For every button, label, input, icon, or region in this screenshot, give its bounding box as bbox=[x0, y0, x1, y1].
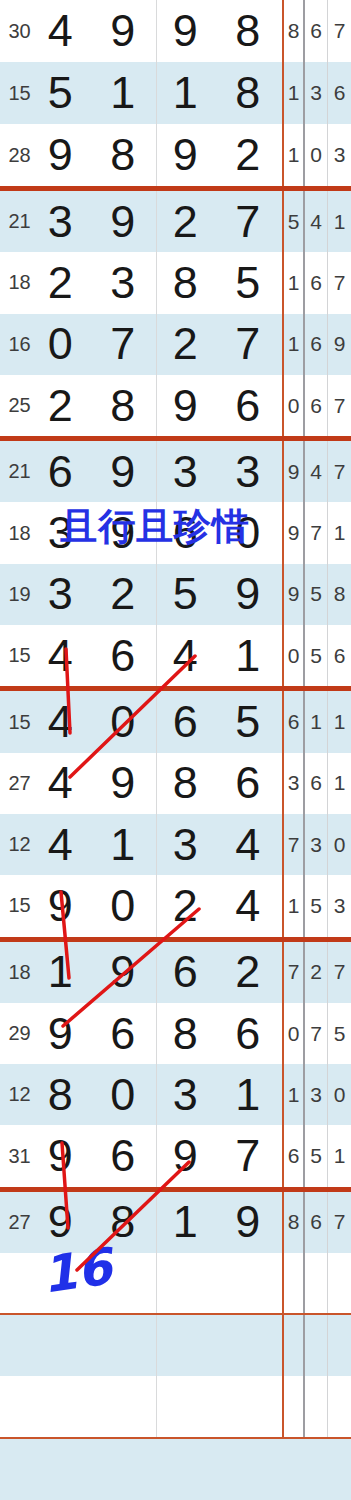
draw-digit-cell: 6 bbox=[92, 1003, 155, 1064]
column-divider-middle bbox=[156, 0, 157, 1437]
tail-digit-cell: 0 bbox=[328, 814, 351, 875]
draw-digit-cell bbox=[154, 1376, 217, 1437]
draw-digit-cell: 6 bbox=[92, 1125, 155, 1186]
draw-digit-cell: 9 bbox=[29, 1125, 92, 1186]
draw-digit-cell: 6 bbox=[92, 625, 155, 686]
tail-digit-cell: 1 bbox=[328, 691, 351, 752]
column-divider-orange bbox=[282, 0, 284, 1437]
tail-digit-cell bbox=[283, 1315, 304, 1376]
tail-digit-cell: 6 bbox=[304, 252, 328, 313]
draw-digit-cell: 7 bbox=[92, 314, 155, 375]
tail-digit-cell: 3 bbox=[328, 875, 351, 936]
draw-digit-cell: 5 bbox=[29, 62, 92, 124]
draw-digit-cell: 2 bbox=[29, 375, 92, 436]
draw-digit-cell: 3 bbox=[29, 191, 92, 252]
tail-digit-cell bbox=[304, 1253, 328, 1313]
draw-digit-cell bbox=[92, 1439, 155, 1500]
tail-digit-cell: 8 bbox=[328, 564, 351, 625]
draw-digit-cell: 3 bbox=[92, 252, 155, 313]
table-row: 274986361 bbox=[0, 753, 351, 814]
tail-digit-cell: 7 bbox=[328, 1192, 351, 1253]
draw-digit-cell: 9 bbox=[154, 0, 217, 62]
tail-digit-cell: 1 bbox=[328, 502, 351, 563]
table-row: 279819867 bbox=[0, 1192, 351, 1253]
draw-digit-cell bbox=[154, 1253, 217, 1313]
draw-digit-cell: 6 bbox=[154, 691, 217, 752]
tail-digit-cell: 9 bbox=[328, 314, 351, 375]
blue-cn-watermark-text: 且行且珍惜 bbox=[60, 502, 250, 552]
tail-digit-cell: 6 bbox=[304, 314, 328, 375]
draw-digit-cell: 2 bbox=[154, 875, 217, 936]
draw-digit-cell bbox=[217, 1315, 280, 1376]
draw-digit-cell: 9 bbox=[92, 191, 155, 252]
draw-digit-cell: 4 bbox=[29, 691, 92, 752]
draw-digit-cell: 7 bbox=[217, 314, 280, 375]
tail-digit-cell: 6 bbox=[283, 691, 304, 752]
tail-digit-cell: 3 bbox=[304, 62, 328, 124]
tail-digit-cell: 5 bbox=[283, 191, 304, 252]
draw-digit-cell: 9 bbox=[92, 753, 155, 814]
table-row bbox=[0, 1315, 351, 1376]
draw-digit-cell: 9 bbox=[154, 124, 217, 186]
tail-digit-cell: 3 bbox=[328, 124, 351, 186]
tail-digit-cell: 7 bbox=[328, 252, 351, 313]
tail-digit-cell: 6 bbox=[304, 0, 328, 62]
draw-digit-cell: 4 bbox=[217, 814, 280, 875]
draw-digit-cell: 9 bbox=[92, 441, 155, 502]
draw-digit-cell: 9 bbox=[29, 1003, 92, 1064]
draw-digit-cell: 4 bbox=[29, 0, 92, 62]
tail-digit-cell: 5 bbox=[304, 1125, 328, 1186]
table-row: 154065611 bbox=[0, 691, 351, 752]
draw-digit-cell: 4 bbox=[29, 625, 92, 686]
tail-digit-cell: 1 bbox=[283, 314, 304, 375]
draw-digit-cell: 0 bbox=[29, 314, 92, 375]
draw-digit-cell: 2 bbox=[154, 314, 217, 375]
draw-digit-cell: 5 bbox=[217, 691, 280, 752]
draw-digit-cell: 1 bbox=[29, 942, 92, 1003]
tail-digit-cell: 8 bbox=[283, 0, 304, 62]
tail-digit-cell: 9 bbox=[283, 564, 304, 625]
tail-digit-cell: 1 bbox=[283, 62, 304, 124]
tail-digit-cell: 0 bbox=[328, 1064, 351, 1125]
group-separator-thick bbox=[0, 686, 351, 691]
tail-digit-cell: 4 bbox=[304, 191, 328, 252]
draw-digit-cell: 8 bbox=[29, 1064, 92, 1125]
draw-digit-cell: 4 bbox=[29, 753, 92, 814]
tail-digit-cell: 7 bbox=[283, 814, 304, 875]
table-row bbox=[0, 1439, 351, 1500]
tail-digit-cell: 7 bbox=[328, 0, 351, 62]
draw-digit-cell: 3 bbox=[154, 441, 217, 502]
draw-digit-cell: 8 bbox=[217, 0, 280, 62]
table-row: 154641056 bbox=[0, 625, 351, 686]
draw-digit-cell: 1 bbox=[217, 625, 280, 686]
table-row: 155118136 bbox=[0, 62, 351, 124]
draw-digit-cell: 3 bbox=[29, 564, 92, 625]
tail-digit-cell: 1 bbox=[304, 691, 328, 752]
tail-digit-cell: 7 bbox=[283, 942, 304, 1003]
draw-digit-cell: 8 bbox=[92, 375, 155, 436]
draw-digit-cell: 2 bbox=[217, 124, 280, 186]
tail-digit-cell: 6 bbox=[304, 1192, 328, 1253]
tail-digit-cell: 5 bbox=[304, 564, 328, 625]
draw-digit-cell: 6 bbox=[217, 375, 280, 436]
group-separator-thick bbox=[0, 1187, 351, 1192]
draw-digit-cell: 3 bbox=[154, 1064, 217, 1125]
group-separator-thin bbox=[0, 1313, 351, 1315]
draw-digit-cell: 8 bbox=[154, 753, 217, 814]
table-row: 319697651 bbox=[0, 1125, 351, 1186]
tail-digit-cell: 8 bbox=[283, 1192, 304, 1253]
tail-digit-cell bbox=[328, 1315, 351, 1376]
tail-digit-cell: 0 bbox=[304, 124, 328, 186]
tail-digit-cell bbox=[304, 1376, 328, 1437]
tail-digit-cell: 6 bbox=[328, 625, 351, 686]
tail-digit-cell: 1 bbox=[283, 875, 304, 936]
draw-digit-cell: 2 bbox=[217, 942, 280, 1003]
draw-digit-cell: 9 bbox=[29, 875, 92, 936]
draw-digit-cell bbox=[154, 1315, 217, 1376]
draw-digit-cell: 9 bbox=[217, 1192, 280, 1253]
group-separator-thick bbox=[0, 937, 351, 942]
table-row: 159024153 bbox=[0, 875, 351, 936]
draw-digit-cell: 6 bbox=[217, 1003, 280, 1064]
draw-digit-cell: 7 bbox=[217, 191, 280, 252]
draw-digit-cell bbox=[217, 1376, 280, 1437]
draw-digit-cell: 8 bbox=[92, 124, 155, 186]
table-row: 160727169 bbox=[0, 314, 351, 375]
draw-digit-cell: 1 bbox=[92, 62, 155, 124]
draw-digit-cell: 8 bbox=[154, 252, 217, 313]
draw-digit-cell: 9 bbox=[154, 1125, 217, 1186]
table-row: 213927541 bbox=[0, 191, 351, 252]
draw-digit-cell: 6 bbox=[154, 942, 217, 1003]
draw-digit-cell: 9 bbox=[29, 124, 92, 186]
table-row: 216933947 bbox=[0, 441, 351, 502]
tail-digit-cell: 9 bbox=[283, 441, 304, 502]
draw-digit-cell: 9 bbox=[217, 564, 280, 625]
draw-digit-cell bbox=[29, 1376, 92, 1437]
tail-digit-cell: 5 bbox=[304, 875, 328, 936]
tail-digit-cell: 0 bbox=[283, 375, 304, 436]
tail-digit-cell bbox=[328, 1376, 351, 1437]
table-row: 304998867 bbox=[0, 0, 351, 62]
draw-digit-cell: 2 bbox=[29, 252, 92, 313]
tail-digit-cell bbox=[328, 1253, 351, 1313]
tail-digit-cell: 1 bbox=[283, 1064, 304, 1125]
draw-digit-cell: 6 bbox=[29, 441, 92, 502]
draw-digit-cell: 8 bbox=[154, 1003, 217, 1064]
draw-digit-cell: 4 bbox=[217, 875, 280, 936]
tail-digit-cell bbox=[304, 1315, 328, 1376]
draw-digit-cell bbox=[217, 1439, 280, 1500]
tail-digit-cell: 7 bbox=[328, 942, 351, 1003]
group-separator-thick bbox=[0, 436, 351, 441]
draw-digit-cell: 0 bbox=[92, 691, 155, 752]
tail-digit-cell bbox=[328, 1439, 351, 1500]
tail-digit-cell: 2 bbox=[304, 942, 328, 1003]
tail-digit-cell: 3 bbox=[304, 814, 328, 875]
tail-digit-cell: 6 bbox=[283, 1125, 304, 1186]
tail-digit-cell: 1 bbox=[283, 252, 304, 313]
draw-digit-cell: 3 bbox=[217, 441, 280, 502]
tail-digit-cell: 5 bbox=[304, 625, 328, 686]
tail-digit-cell: 0 bbox=[283, 1003, 304, 1064]
draw-digit-cell bbox=[29, 1439, 92, 1500]
draw-digit-cell: 0 bbox=[92, 875, 155, 936]
tail-digit-cell: 6 bbox=[328, 62, 351, 124]
tail-digit-cell bbox=[283, 1376, 304, 1437]
draw-digit-cell: 9 bbox=[154, 375, 217, 436]
column-divider-light bbox=[327, 0, 328, 1437]
draw-digit-cell: 6 bbox=[217, 753, 280, 814]
group-separator-thin bbox=[0, 1437, 351, 1439]
tail-digit-cell bbox=[304, 1439, 328, 1500]
tail-digit-cell: 3 bbox=[283, 753, 304, 814]
table-row: 182385167 bbox=[0, 252, 351, 313]
tail-digit-cell: 9 bbox=[283, 502, 304, 563]
tail-digit-cell bbox=[283, 1253, 304, 1313]
draw-digit-cell: 5 bbox=[154, 564, 217, 625]
draw-digit-cell bbox=[154, 1439, 217, 1500]
draw-digit-cell bbox=[217, 1253, 280, 1313]
draw-digit-cell: 4 bbox=[29, 814, 92, 875]
tail-digit-cell: 1 bbox=[283, 124, 304, 186]
draw-digit-cell: 1 bbox=[92, 814, 155, 875]
tail-digit-cell: 1 bbox=[328, 753, 351, 814]
draw-digit-cell: 2 bbox=[154, 191, 217, 252]
draw-digit-cell: 4 bbox=[154, 625, 217, 686]
draw-digit-cell bbox=[92, 1376, 155, 1437]
draw-digit-cell: 3 bbox=[154, 814, 217, 875]
draw-digit-cell: 1 bbox=[154, 62, 217, 124]
draw-digit-cell: 7 bbox=[217, 1125, 280, 1186]
table-row: 289892103 bbox=[0, 124, 351, 186]
tail-digit-cell bbox=[283, 1439, 304, 1500]
table-row: 124134730 bbox=[0, 814, 351, 875]
draw-digit-cell: 1 bbox=[217, 1064, 280, 1125]
table-row: 252896067 bbox=[0, 375, 351, 436]
draw-digit-cell: 0 bbox=[92, 1064, 155, 1125]
draw-digit-cell: 1 bbox=[154, 1192, 217, 1253]
tail-digit-cell: 4 bbox=[304, 441, 328, 502]
tail-digit-cell: 1 bbox=[328, 1125, 351, 1186]
table-row: 181962727 bbox=[0, 942, 351, 1003]
tail-digit-cell: 7 bbox=[328, 441, 351, 502]
handwritten-16: 16 bbox=[38, 1237, 115, 1304]
table-row: 299686075 bbox=[0, 1003, 351, 1064]
table-row: 128031130 bbox=[0, 1064, 351, 1125]
tail-digit-cell: 0 bbox=[283, 625, 304, 686]
draw-digit-cell: 9 bbox=[92, 942, 155, 1003]
tail-digit-cell: 7 bbox=[328, 375, 351, 436]
table-row bbox=[0, 1376, 351, 1437]
tail-digit-cell: 6 bbox=[304, 753, 328, 814]
tail-digit-cell: 5 bbox=[328, 1003, 351, 1064]
tail-digit-cell: 1 bbox=[328, 191, 351, 252]
group-separator-thick bbox=[0, 186, 351, 191]
tail-digit-cell: 7 bbox=[304, 502, 328, 563]
tail-digit-cell: 3 bbox=[304, 1064, 328, 1125]
draw-digit-cell: 2 bbox=[92, 564, 155, 625]
draw-digit-cell bbox=[92, 1315, 155, 1376]
draw-digit-cell bbox=[29, 1315, 92, 1376]
draw-digit-cell: 8 bbox=[217, 62, 280, 124]
tail-digit-cell: 7 bbox=[304, 1003, 328, 1064]
column-divider-gray bbox=[303, 0, 305, 1437]
tail-digit-cell: 6 bbox=[304, 375, 328, 436]
table-row: 193259958 bbox=[0, 564, 351, 625]
draw-digit-cell: 5 bbox=[217, 252, 280, 313]
draw-digit-cell: 9 bbox=[92, 0, 155, 62]
